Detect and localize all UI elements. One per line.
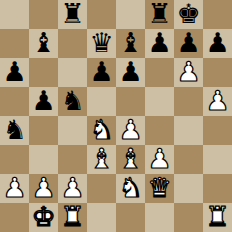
square-e2[interactable]: ♞: [116, 174, 145, 203]
square-h8[interactable]: [203, 0, 232, 29]
square-g8[interactable]: ♚: [174, 0, 203, 29]
square-e8[interactable]: [116, 0, 145, 29]
black-knight: ♞: [2, 116, 26, 144]
square-h4[interactable]: [203, 116, 232, 145]
square-h5[interactable]: ♟: [203, 87, 232, 116]
square-b6[interactable]: [29, 58, 58, 87]
white-bishop: ♝: [89, 145, 113, 173]
white-pawn: ♟: [31, 174, 55, 202]
white-pawn: ♟: [2, 174, 26, 202]
square-c8[interactable]: ♜: [58, 0, 87, 29]
square-g6[interactable]: ♟: [174, 58, 203, 87]
white-pawn: ♟: [118, 116, 142, 144]
square-b4[interactable]: [29, 116, 58, 145]
square-a2[interactable]: ♟: [0, 174, 29, 203]
square-d7[interactable]: ♛: [87, 29, 116, 58]
black-bishop: ♝: [118, 29, 142, 57]
square-a4[interactable]: ♞: [0, 116, 29, 145]
black-queen: ♛: [89, 29, 113, 57]
square-f2[interactable]: ♛: [145, 174, 174, 203]
white-queen: ♛: [147, 174, 171, 202]
black-rook: ♜: [60, 0, 84, 28]
square-h7[interactable]: ♟: [203, 29, 232, 58]
square-h6[interactable]: [203, 58, 232, 87]
square-e4[interactable]: ♟: [116, 116, 145, 145]
black-bishop: ♝: [31, 29, 55, 57]
square-g7[interactable]: ♟: [174, 29, 203, 58]
square-a8[interactable]: [0, 0, 29, 29]
square-g5[interactable]: [174, 87, 203, 116]
black-king: ♚: [176, 0, 200, 28]
square-f7[interactable]: ♟: [145, 29, 174, 58]
square-b8[interactable]: [29, 0, 58, 29]
square-b7[interactable]: ♝: [29, 29, 58, 58]
square-d3[interactable]: ♝: [87, 145, 116, 174]
black-pawn: ♟: [205, 29, 229, 57]
square-a3[interactable]: [0, 145, 29, 174]
white-pawn: ♟: [205, 87, 229, 115]
black-pawn: ♟: [2, 58, 26, 86]
square-g4[interactable]: [174, 116, 203, 145]
square-e7[interactable]: ♝: [116, 29, 145, 58]
square-c1[interactable]: ♜: [58, 203, 87, 232]
black-rook: ♜: [147, 0, 171, 28]
square-h1[interactable]: ♜: [203, 203, 232, 232]
square-d4[interactable]: ♞: [87, 116, 116, 145]
square-f4[interactable]: [145, 116, 174, 145]
square-b3[interactable]: [29, 145, 58, 174]
black-pawn: ♟: [89, 58, 113, 86]
white-pawn: ♟: [147, 145, 171, 173]
square-g3[interactable]: [174, 145, 203, 174]
square-h2[interactable]: [203, 174, 232, 203]
square-e3[interactable]: ♝: [116, 145, 145, 174]
square-b1[interactable]: ♚: [29, 203, 58, 232]
black-knight: ♞: [60, 87, 84, 115]
square-d1[interactable]: [87, 203, 116, 232]
square-f6[interactable]: [145, 58, 174, 87]
square-e6[interactable]: ♟: [116, 58, 145, 87]
square-d2[interactable]: [87, 174, 116, 203]
square-b5[interactable]: ♟: [29, 87, 58, 116]
square-a6[interactable]: ♟: [0, 58, 29, 87]
square-d8[interactable]: [87, 0, 116, 29]
square-c7[interactable]: [58, 29, 87, 58]
white-knight: ♞: [118, 174, 142, 202]
square-f8[interactable]: ♜: [145, 0, 174, 29]
white-pawn: ♟: [60, 174, 84, 202]
square-d5[interactable]: [87, 87, 116, 116]
square-f3[interactable]: ♟: [145, 145, 174, 174]
white-rook: ♜: [60, 203, 84, 231]
white-pawn: ♟: [176, 58, 200, 86]
square-e5[interactable]: [116, 87, 145, 116]
black-pawn: ♟: [147, 29, 171, 57]
white-king: ♚: [31, 203, 55, 231]
white-knight: ♞: [89, 116, 113, 144]
white-bishop: ♝: [118, 145, 142, 173]
square-f5[interactable]: [145, 87, 174, 116]
square-c3[interactable]: [58, 145, 87, 174]
square-g1[interactable]: [174, 203, 203, 232]
square-h3[interactable]: [203, 145, 232, 174]
square-c2[interactable]: ♟: [58, 174, 87, 203]
square-c6[interactable]: [58, 58, 87, 87]
square-f1[interactable]: [145, 203, 174, 232]
square-c5[interactable]: ♞: [58, 87, 87, 116]
square-b2[interactable]: ♟: [29, 174, 58, 203]
square-g2[interactable]: [174, 174, 203, 203]
square-a5[interactable]: [0, 87, 29, 116]
black-pawn: ♟: [176, 29, 200, 57]
black-pawn: ♟: [31, 87, 55, 115]
black-pawn: ♟: [118, 58, 142, 86]
square-e1[interactable]: [116, 203, 145, 232]
square-a1[interactable]: [0, 203, 29, 232]
chess-board: ♜♜♚♝♛♝♟♟♟♟♟♟♟♟♞♟♞♞♟♝♝♟♟♟♟♞♛♚♜♜: [0, 0, 232, 232]
square-d6[interactable]: ♟: [87, 58, 116, 87]
white-rook: ♜: [205, 203, 229, 231]
square-a7[interactable]: [0, 29, 29, 58]
square-c4[interactable]: [58, 116, 87, 145]
